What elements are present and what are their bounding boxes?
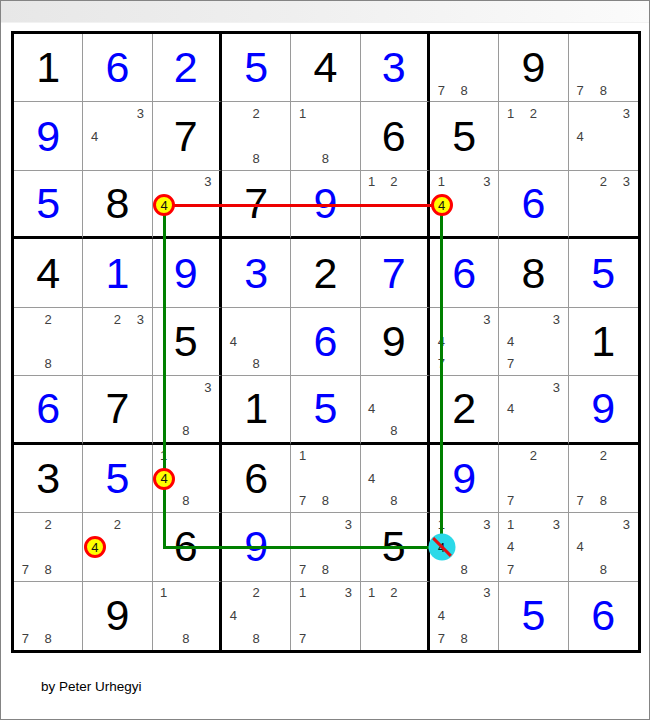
cell-r2c5[interactable]: 18: [291, 102, 360, 170]
pencil-mark-7: [291, 147, 314, 169]
pencil-mark-3: 3: [476, 582, 499, 605]
pencil-mark-7: 7: [430, 79, 453, 101]
pencil-mark-5: [453, 604, 476, 627]
pencil-mark-4: 4: [361, 467, 383, 489]
pencil-mark-6: [545, 125, 568, 147]
cell-r9c9[interactable]: 6: [569, 582, 638, 650]
pencil-mark-5: [453, 536, 476, 558]
cell-r8c5[interactable]: 378: [291, 513, 360, 581]
pencil-marks: 378: [291, 513, 359, 580]
pencil-mark-6: [60, 536, 83, 558]
pencil-mark-4: 4: [361, 398, 383, 420]
cell-r8c6[interactable]: 5: [361, 513, 430, 581]
pencil-mark-2: [245, 308, 268, 330]
pencil-mark-8: [314, 627, 337, 650]
cell-r4c1[interactable]: 4: [14, 239, 83, 307]
pencil-mark-8: 8: [175, 420, 197, 442]
pencil-mark-5: [453, 193, 476, 215]
cell-r3c3[interactable]: 34: [153, 171, 222, 239]
pencil-mark-3: 3: [545, 308, 568, 330]
given-digit: 5: [382, 525, 406, 568]
pencil-mark-6: [268, 125, 291, 147]
cell-r6c1[interactable]: 6: [14, 376, 83, 444]
pencil-mark-6: [405, 604, 427, 627]
pencil-mark-4: [14, 604, 37, 627]
solved-digit: 6: [522, 182, 546, 225]
pencil-mark-1: [14, 308, 37, 330]
cell-r7c7[interactable]: 9: [430, 445, 499, 513]
solved-digit: 5: [106, 457, 130, 500]
pencil-mark-2: [453, 582, 476, 605]
cell-r7c1[interactable]: 3: [14, 445, 83, 513]
pencil-mark-9: [337, 147, 360, 169]
pencil-mark-1: 1: [291, 445, 314, 467]
solved-digit: 6: [591, 594, 615, 637]
pencil-mark-9: [476, 627, 499, 650]
pencil-mark-9: [197, 420, 219, 442]
pencil-mark-5: [314, 467, 337, 489]
pencil-mark-7: 7: [291, 490, 314, 512]
pencil-marks: 34: [499, 376, 567, 441]
pencil-mark-5: [106, 536, 129, 558]
pencil-mark-9: [615, 215, 638, 237]
solved-digit: 6: [452, 252, 476, 295]
pencil-mark-3: [268, 102, 291, 124]
pencil-mark-4: [83, 330, 106, 352]
pencil-mark-9: [615, 79, 638, 101]
pencil-mark-9: [476, 79, 499, 101]
pencil-mark-7: [569, 147, 592, 169]
pencil-mark-3: 3: [476, 171, 499, 193]
pencil-mark-2: [175, 445, 197, 467]
pencil-marks: 24: [83, 513, 151, 580]
pencil-mark-7: [361, 215, 383, 237]
pencil-mark-4: 4: [153, 193, 175, 215]
pencil-marks: 3478: [430, 582, 498, 650]
pencil-marks: 12: [499, 102, 567, 169]
pencil-marks: 347: [499, 308, 567, 375]
pencil-mark-7: [499, 147, 522, 169]
pencil-mark-6: [337, 536, 360, 558]
pencil-mark-6: [615, 56, 638, 78]
pencil-mark-1: [430, 34, 453, 56]
pencil-mark-5: [522, 330, 545, 352]
pencil-mark-4: 4: [222, 604, 245, 627]
pencil-mark-9: [476, 353, 499, 375]
solved-digit: 6: [314, 320, 338, 363]
pencil-mark-3: [60, 513, 83, 535]
cell-r7c4[interactable]: 6: [222, 445, 291, 513]
pencil-mark-2: 2: [522, 102, 545, 124]
pencil-mark-4: [291, 604, 314, 627]
cell-r1c3[interactable]: 2: [153, 34, 222, 102]
pencil-mark-2: 2: [106, 513, 129, 535]
cell-r5c5[interactable]: 6: [291, 308, 360, 376]
cell-r6c8[interactable]: 34: [499, 376, 568, 444]
pencil-mark-8: 8: [175, 490, 197, 512]
pencil-mark-2: [37, 582, 60, 605]
pencil-mark-4: [499, 125, 522, 147]
given-digit: 9: [382, 320, 406, 363]
solved-digit: 1: [106, 252, 130, 295]
cell-r4c9[interactable]: 5: [569, 239, 638, 307]
cell-r2c9[interactable]: 34: [569, 102, 638, 170]
solved-digit: 5: [314, 387, 338, 430]
pencil-mark-3: 3: [615, 171, 638, 193]
cell-r9c1[interactable]: 78: [14, 582, 83, 650]
cell-r5c4[interactable]: 48: [222, 308, 291, 376]
pencil-mark-4: [569, 467, 592, 489]
cell-r3c1[interactable]: 5: [14, 171, 83, 239]
pencil-mark-8: [106, 147, 129, 169]
solved-digit: 6: [106, 46, 130, 89]
pencil-mark-1: 1: [291, 582, 314, 605]
cell-r2c4[interactable]: 28: [222, 102, 291, 170]
cell-r4c8[interactable]: 8: [499, 239, 568, 307]
pencil-mark-7: 7: [430, 353, 453, 375]
cell-r6c5[interactable]: 5: [291, 376, 360, 444]
cell-r6c6[interactable]: 48: [361, 376, 430, 444]
pencil-mark-2: [453, 513, 476, 535]
cell-r8c1[interactable]: 278: [14, 513, 83, 581]
cell-r8c2[interactable]: 24: [83, 513, 152, 581]
pencil-mark-7: 7: [430, 627, 453, 650]
pencil-mark-2: [522, 308, 545, 330]
pencil-mark-7: [499, 420, 522, 442]
cell-r1c5[interactable]: 4: [291, 34, 360, 102]
cell-r1c2[interactable]: 6: [83, 34, 152, 102]
cell-r4c6[interactable]: 7: [361, 239, 430, 307]
cell-r5c7[interactable]: 347: [430, 308, 499, 376]
pencil-mark-8: [106, 353, 129, 375]
pencil-marks: 347: [430, 308, 498, 375]
pencil-mark-1: [83, 102, 106, 124]
cell-r1c6[interactable]: 3: [361, 34, 430, 102]
pencil-mark-1: 1: [499, 513, 522, 535]
pencil-mark-9: [197, 215, 219, 237]
pencil-mark-3: [60, 308, 83, 330]
pencil-mark-4: [153, 398, 175, 420]
cell-r8c9[interactable]: 348: [569, 513, 638, 581]
pencil-mark-9: [615, 490, 638, 512]
pencil-mark-9: [337, 627, 360, 650]
pencil-mark-7: [83, 558, 106, 580]
pencil-mark-8: 8: [37, 558, 60, 580]
given-digit: 6: [244, 457, 268, 500]
pencil-marks: 78: [569, 34, 638, 101]
pencil-mark-6: [129, 330, 152, 352]
pencil-marks: 23: [569, 171, 638, 236]
cell-r7c2[interactable]: 5: [83, 445, 152, 513]
cell-r1c1[interactable]: 1: [14, 34, 83, 102]
cell-r5c2[interactable]: 23: [83, 308, 152, 376]
cell-r5c6[interactable]: 9: [361, 308, 430, 376]
pencil-mark-5: [383, 193, 405, 215]
pencil-mark-5: [245, 125, 268, 147]
cell-r6c9[interactable]: 9: [569, 376, 638, 444]
pencil-mark-7: 7: [499, 353, 522, 375]
pencil-mark-9: [476, 215, 499, 237]
pencil-mark-9: [337, 490, 360, 512]
pencil-mark-6: [615, 193, 638, 215]
pencil-mark-8: [522, 490, 545, 512]
pencil-mark-8: 8: [453, 558, 476, 580]
title-bar: [1, 1, 649, 23]
cell-r2c2[interactable]: 34: [83, 102, 152, 170]
pencil-mark-6: [405, 467, 427, 489]
cell-r3c9[interactable]: 23: [569, 171, 638, 239]
pencil-mark-9: [476, 558, 499, 580]
pencil-mark-6: [337, 604, 360, 627]
pencil-mark-8: 8: [592, 79, 615, 101]
pencil-mark-8: [383, 627, 405, 650]
cell-r6c2[interactable]: 7: [83, 376, 152, 444]
pencil-mark-3: 3: [197, 171, 219, 193]
cell-r2c1[interactable]: 9: [14, 102, 83, 170]
cell-r1c7[interactable]: 78: [430, 34, 499, 102]
pencil-mark-8: [175, 215, 197, 237]
pencil-mark-5: [37, 330, 60, 352]
cell-r1c4[interactable]: 5: [222, 34, 291, 102]
pencil-mark-9: [545, 420, 568, 442]
given-digit: 2: [452, 387, 476, 430]
pencil-mark-3: [405, 376, 427, 398]
cell-r3c2[interactable]: 8: [83, 171, 152, 239]
solved-digit: 9: [244, 525, 268, 568]
cell-r7c3[interactable]: 148: [153, 445, 222, 513]
cell-r9c6[interactable]: 12: [361, 582, 430, 650]
cell-r4c3[interactable]: 9: [153, 239, 222, 307]
pencil-mark-9: [405, 420, 427, 442]
pencil-mark-4: 4: [153, 467, 175, 489]
pencil-mark-2: [175, 171, 197, 193]
cell-r2c3[interactable]: 7: [153, 102, 222, 170]
pencil-mark-8: 8: [592, 490, 615, 512]
author-credit: by Peter Urhegyi: [41, 679, 142, 694]
cell-r6c7[interactable]: 2: [430, 376, 499, 444]
pencil-mark-5: [522, 467, 545, 489]
pencil-mark-3: 3: [197, 376, 219, 398]
pencil-mark-9: [60, 353, 83, 375]
cell-r6c4[interactable]: 1: [222, 376, 291, 444]
pencil-mark-4: 4: [499, 330, 522, 352]
pencil-mark-7: 7: [569, 490, 592, 512]
pencil-mark-4: 4: [83, 536, 106, 558]
pencil-mark-7: [153, 420, 175, 442]
pencil-mark-4: 4: [222, 330, 245, 352]
pencil-mark-2: 2: [37, 513, 60, 535]
pencil-mark-1: [569, 102, 592, 124]
cell-r3c5[interactable]: 9: [291, 171, 360, 239]
cell-r7c6[interactable]: 48: [361, 445, 430, 513]
cell-r1c9[interactable]: 78: [569, 34, 638, 102]
pencil-mark-3: 3: [615, 513, 638, 535]
cell-r4c2[interactable]: 1: [83, 239, 152, 307]
pencil-marks: 38: [153, 376, 219, 441]
pencil-mark-6: [129, 536, 152, 558]
pencil-mark-4: [291, 125, 314, 147]
pencil-mark-6: [60, 330, 83, 352]
pencil-mark-2: [314, 513, 337, 535]
pencil-mark-8: 8: [383, 490, 405, 512]
pencil-mark-3: [615, 445, 638, 467]
pencil-mark-2: [383, 376, 405, 398]
pencil-marks: 248: [222, 582, 290, 650]
pencil-mark-8: 8: [245, 353, 268, 375]
pencil-mark-9: [60, 558, 83, 580]
cell-r4c7[interactable]: 6: [430, 239, 499, 307]
solved-digit: 9: [174, 252, 198, 295]
cell-r5c9[interactable]: 1: [569, 308, 638, 376]
cell-r3c7[interactable]: 134: [430, 171, 499, 239]
pencil-mark-6: [476, 193, 499, 215]
cell-r8c3[interactable]: 6: [153, 513, 222, 581]
pencil-mark-8: 8: [314, 558, 337, 580]
pencil-mark-3: 3: [545, 513, 568, 535]
cell-r9c3[interactable]: 18: [153, 582, 222, 650]
given-digit: 5: [452, 115, 476, 158]
cell-r8c4[interactable]: 9: [222, 513, 291, 581]
pencil-marks: 27: [499, 445, 567, 512]
given-digit: 8: [106, 182, 130, 225]
given-digit: 9: [106, 594, 130, 637]
pencil-mark-7: [430, 215, 453, 237]
pencil-mark-8: 8: [245, 627, 268, 650]
cell-r3c8[interactable]: 6: [499, 171, 568, 239]
given-digit: 7: [174, 115, 198, 158]
pencil-mark-7: [569, 558, 592, 580]
pencil-mark-5: [592, 536, 615, 558]
pencil-mark-8: [522, 353, 545, 375]
cell-r9c8[interactable]: 5: [499, 582, 568, 650]
pencil-mark-7: [83, 147, 106, 169]
pencil-mark-1: 1: [153, 582, 175, 605]
pencil-marks: 48: [222, 308, 290, 375]
pencil-mark-4: [14, 536, 37, 558]
pencil-mark-1: [569, 445, 592, 467]
pencil-mark-9: [129, 147, 152, 169]
cell-r9c2[interactable]: 9: [83, 582, 152, 650]
pencil-mark-9: [268, 627, 291, 650]
cell-r9c7[interactable]: 3478: [430, 582, 499, 650]
pencil-mark-9: [405, 490, 427, 512]
pencil-mark-5: [592, 56, 615, 78]
pencil-mark-8: 8: [592, 558, 615, 580]
cell-r5c1[interactable]: 28: [14, 308, 83, 376]
pencil-marks: 12: [361, 582, 427, 650]
pencil-mark-3: [405, 171, 427, 193]
pencil-mark-5: [245, 604, 268, 627]
pencil-mark-5: [175, 193, 197, 215]
cell-r5c8[interactable]: 347: [499, 308, 568, 376]
solved-digit: 5: [36, 182, 60, 225]
pencil-mark-3: [268, 308, 291, 330]
pencil-mark-6: [197, 193, 219, 215]
cell-r3c4[interactable]: 7: [222, 171, 291, 239]
pencil-mark-1: [291, 513, 314, 535]
pencil-mark-7: [361, 490, 383, 512]
given-digit: 5: [174, 320, 198, 363]
pencil-marks: 34: [153, 171, 219, 236]
pencil-marks: 78: [430, 34, 498, 101]
pencil-mark-1: 1: [430, 171, 453, 193]
sudoku-board[interactable]: 1625437897893472818651234583479121346234…: [11, 31, 641, 653]
cell-r7c5[interactable]: 178: [291, 445, 360, 513]
pencil-mark-2: [175, 376, 197, 398]
cell-r7c8[interactable]: 27: [499, 445, 568, 513]
given-digit: 4: [36, 252, 60, 295]
cell-r6c3[interactable]: 38: [153, 376, 222, 444]
cell-r7c9[interactable]: 278: [569, 445, 638, 513]
pencil-mark-2: [453, 171, 476, 193]
pencil-marks: 148: [153, 445, 219, 512]
given-digit: 7: [244, 182, 268, 225]
pencil-mark-1: [430, 308, 453, 330]
cell-r9c5[interactable]: 137: [291, 582, 360, 650]
pencil-mark-8: 8: [453, 627, 476, 650]
pencil-mark-8: [592, 147, 615, 169]
pencil-mark-9: [545, 558, 568, 580]
pencil-mark-2: 2: [383, 171, 405, 193]
pencil-mark-3: 3: [615, 102, 638, 124]
pencil-mark-9: [129, 558, 152, 580]
pencil-mark-7: 7: [14, 558, 37, 580]
given-digit: 8: [522, 252, 546, 295]
pencil-marks: 23: [83, 308, 151, 375]
cell-r4c5[interactable]: 2: [291, 239, 360, 307]
pencil-mark-4: [361, 604, 383, 627]
pencil-mark-3: 3: [545, 376, 568, 398]
pencil-mark-4: 4: [430, 536, 453, 558]
pencil-mark-9: [615, 147, 638, 169]
pencil-mark-1: 1: [499, 102, 522, 124]
cell-r8c7[interactable]: 1348: [430, 513, 499, 581]
cell-r9c4[interactable]: 248: [222, 582, 291, 650]
cell-r2c7[interactable]: 5: [430, 102, 499, 170]
cell-r8c8[interactable]: 1347: [499, 513, 568, 581]
pencil-mark-2: 2: [106, 308, 129, 330]
pencil-mark-4: [569, 56, 592, 78]
pencil-marks: 18: [291, 102, 359, 169]
cell-r1c8[interactable]: 9: [499, 34, 568, 102]
pencil-mark-5: [37, 604, 60, 627]
given-digit: 9: [522, 46, 546, 89]
pencil-mark-1: 1: [291, 102, 314, 124]
solved-digit: 3: [244, 252, 268, 295]
pencil-mark-4: [153, 604, 175, 627]
pencil-mark-6: [129, 125, 152, 147]
solved-digit: 5: [522, 594, 546, 637]
cell-r3c6[interactable]: 12: [361, 171, 430, 239]
cell-r5c3[interactable]: 5: [153, 308, 222, 376]
solved-digit: 5: [591, 252, 615, 295]
pencil-mark-5: [453, 56, 476, 78]
pencil-mark-7: [361, 627, 383, 650]
pencil-mark-7: [222, 627, 245, 650]
pencil-marks: 348: [569, 513, 638, 580]
pencil-mark-6: [615, 125, 638, 147]
cell-r4c4[interactable]: 3: [222, 239, 291, 307]
cell-r2c8[interactable]: 12: [499, 102, 568, 170]
pencil-mark-9: [545, 147, 568, 169]
cell-r2c6[interactable]: 6: [361, 102, 430, 170]
pencil-mark-8: 8: [383, 420, 405, 442]
pencil-mark-2: [453, 34, 476, 56]
pencil-mark-4: [569, 193, 592, 215]
pencil-marks: 12: [361, 171, 427, 236]
pencil-mark-9: [545, 353, 568, 375]
pencil-marks: 34: [569, 102, 638, 169]
